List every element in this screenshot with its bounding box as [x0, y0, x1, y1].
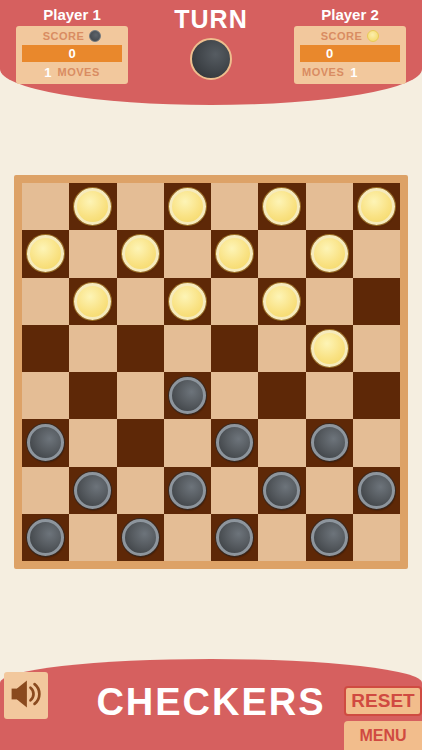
board-cell-r5c6[interactable] [306, 419, 353, 466]
black-checker[interactable] [27, 424, 64, 461]
checkers-board [14, 175, 408, 569]
black-checker[interactable] [358, 472, 395, 509]
yellow-checker[interactable] [27, 235, 64, 272]
black-checker[interactable] [311, 424, 348, 461]
black-checker[interactable] [169, 472, 206, 509]
yellow-checker[interactable] [122, 235, 159, 272]
board-cell-r1c4[interactable] [211, 230, 258, 277]
player1-moves-value: 1 [44, 65, 51, 80]
black-checker[interactable] [263, 472, 300, 509]
black-checker[interactable] [122, 519, 159, 556]
board-cell-r2c2 [117, 278, 164, 325]
board-cell-r7c6[interactable] [306, 514, 353, 561]
board-cell-r3c3 [164, 325, 211, 372]
board-cell-r6c1[interactable] [69, 467, 116, 514]
player1-score-label: SCORE [43, 30, 85, 42]
board-cell-r5c3 [164, 419, 211, 466]
menu-button[interactable]: MENU [344, 721, 422, 750]
yellow-checker[interactable] [74, 283, 111, 320]
board-cell-r3c0[interactable] [22, 325, 69, 372]
board-cell-r7c4[interactable] [211, 514, 258, 561]
board-cell-r1c3 [164, 230, 211, 277]
black-checker-icon [89, 30, 101, 42]
player2-block: Player 2 SCORE 0 MOVES 1 [294, 5, 406, 84]
board-cell-r4c0 [22, 372, 69, 419]
board-cell-r3c5 [258, 325, 305, 372]
board-cell-r1c6[interactable] [306, 230, 353, 277]
black-checker[interactable] [311, 519, 348, 556]
board-cell-r5c0[interactable] [22, 419, 69, 466]
yellow-checker[interactable] [311, 330, 348, 367]
black-checker[interactable] [216, 424, 253, 461]
yellow-checker[interactable] [263, 283, 300, 320]
player2-moves-label: MOVES [302, 66, 344, 78]
board-cell-r1c1 [69, 230, 116, 277]
black-checker[interactable] [169, 377, 206, 414]
yellow-checker[interactable] [169, 188, 206, 225]
board-cell-r3c1 [69, 325, 116, 372]
board-cell-r0c6 [306, 183, 353, 230]
board-cell-r4c2 [117, 372, 164, 419]
board-cell-r7c1 [69, 514, 116, 561]
board-cell-r7c5 [258, 514, 305, 561]
board-cell-r6c7[interactable] [353, 467, 400, 514]
turn-indicator: TURN [161, 6, 261, 80]
board-cell-r1c5 [258, 230, 305, 277]
yellow-checker[interactable] [216, 235, 253, 272]
board-cell-r4c7[interactable] [353, 372, 400, 419]
board-cell-r0c5[interactable] [258, 183, 305, 230]
board-cell-r0c4 [211, 183, 258, 230]
player1-moves-row: 1 MOVES [16, 63, 128, 81]
board-cell-r4c5[interactable] [258, 372, 305, 419]
checkers-app: Player 1 SCORE 0 1 MOVES TURN Player 2 [0, 0, 422, 750]
board-cell-r0c7[interactable] [353, 183, 400, 230]
board-cell-r3c4[interactable] [211, 325, 258, 372]
player2-panel: SCORE 0 MOVES 1 [294, 26, 406, 84]
board-cell-r1c7 [353, 230, 400, 277]
board-cell-r6c6 [306, 467, 353, 514]
player1-moves-label: MOVES [58, 66, 100, 78]
player2-moves-value: 1 [350, 65, 357, 80]
board-cell-r3c6[interactable] [306, 325, 353, 372]
sound-button[interactable] [4, 672, 48, 719]
black-checker[interactable] [74, 472, 111, 509]
player1-score-value: 0 [22, 45, 122, 62]
board-cell-r6c3[interactable] [164, 467, 211, 514]
board-cell-r4c4 [211, 372, 258, 419]
board-cell-r0c3[interactable] [164, 183, 211, 230]
board-cell-r5c4[interactable] [211, 419, 258, 466]
board-cell-r2c1[interactable] [69, 278, 116, 325]
board-cell-r5c2[interactable] [117, 419, 164, 466]
board-cell-r7c3 [164, 514, 211, 561]
board-cell-r6c0 [22, 467, 69, 514]
yellow-checker[interactable] [358, 188, 395, 225]
speaker-icon [8, 676, 44, 715]
yellow-checker[interactable] [169, 283, 206, 320]
board-grid [22, 183, 400, 561]
black-checker[interactable] [27, 519, 64, 556]
board-cell-r2c0 [22, 278, 69, 325]
player2-name: Player 2 [294, 5, 406, 25]
player2-score-row: SCORE [294, 28, 406, 44]
board-cell-r2c7[interactable] [353, 278, 400, 325]
board-cell-r3c2[interactable] [117, 325, 164, 372]
board-cell-r5c7 [353, 419, 400, 466]
board-cell-r2c5[interactable] [258, 278, 305, 325]
board-cell-r3c7 [353, 325, 400, 372]
player1-score-row: SCORE [16, 28, 128, 44]
player2-score-label: SCORE [321, 30, 363, 42]
player2-score-value: 0 [300, 45, 400, 62]
board-cell-r7c7 [353, 514, 400, 561]
board-cell-r6c2 [117, 467, 164, 514]
board-cell-r2c6 [306, 278, 353, 325]
board-cell-r1c2[interactable] [117, 230, 164, 277]
reset-button[interactable]: RESET [344, 686, 422, 716]
black-checker[interactable] [216, 519, 253, 556]
board-cell-r4c6 [306, 372, 353, 419]
player2-moves-row: MOVES 1 [294, 63, 406, 81]
turn-label: TURN [161, 6, 261, 32]
board-cell-r0c1[interactable] [69, 183, 116, 230]
board-cell-r1c0[interactable] [22, 230, 69, 277]
board-cell-r4c1[interactable] [69, 372, 116, 419]
player1-name: Player 1 [16, 5, 128, 25]
board-cell-r7c0[interactable] [22, 514, 69, 561]
yellow-checker[interactable] [263, 188, 300, 225]
board-cell-r5c1 [69, 419, 116, 466]
board-cell-r6c4 [211, 467, 258, 514]
board-cell-r2c3[interactable] [164, 278, 211, 325]
board-cell-r0c0 [22, 183, 69, 230]
board-cell-r5c5 [258, 419, 305, 466]
board-cell-r0c2 [117, 183, 164, 230]
board-cell-r7c2[interactable] [117, 514, 164, 561]
board-cell-r2c4 [211, 278, 258, 325]
header-bar: Player 1 SCORE 0 1 MOVES TURN Player 2 [0, 0, 422, 105]
turn-piece-black-icon [190, 38, 232, 80]
player1-block: Player 1 SCORE 0 1 MOVES [16, 5, 128, 84]
yellow-checker[interactable] [74, 188, 111, 225]
board-cell-r6c5[interactable] [258, 467, 305, 514]
player1-panel: SCORE 0 1 MOVES [16, 26, 128, 84]
yellow-checker-icon [367, 30, 379, 42]
board-cell-r4c3[interactable] [164, 372, 211, 419]
yellow-checker[interactable] [311, 235, 348, 272]
